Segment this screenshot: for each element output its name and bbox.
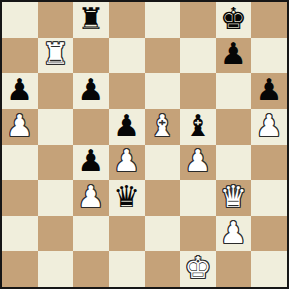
- square-f7[interactable]: [180, 38, 216, 74]
- black-king-piece[interactable]: ♚: [220, 4, 247, 34]
- square-h8[interactable]: [251, 2, 287, 38]
- square-e4[interactable]: [145, 145, 181, 181]
- white-queen-piece[interactable]: ♛: [220, 182, 247, 212]
- square-c8[interactable]: ♜: [73, 2, 109, 38]
- white-pawn-piece[interactable]: ♟: [256, 111, 283, 141]
- square-e7[interactable]: [145, 38, 181, 74]
- white-king-piece[interactable]: ♚: [184, 253, 211, 283]
- square-f4[interactable]: ♟: [180, 145, 216, 181]
- black-rook-piece[interactable]: ♜: [78, 4, 105, 34]
- square-e6[interactable]: [145, 73, 181, 109]
- white-pawn-piece[interactable]: ♟: [6, 111, 33, 141]
- square-d2[interactable]: [109, 216, 145, 252]
- square-h7[interactable]: [251, 38, 287, 74]
- square-g7[interactable]: ♟: [216, 38, 252, 74]
- square-d3[interactable]: ♛: [109, 180, 145, 216]
- white-pawn-piece[interactable]: ♟: [78, 182, 105, 212]
- square-c2[interactable]: [73, 216, 109, 252]
- square-h4[interactable]: [251, 145, 287, 181]
- square-d4[interactable]: ♟: [109, 145, 145, 181]
- square-g6[interactable]: [216, 73, 252, 109]
- square-e8[interactable]: [145, 2, 181, 38]
- square-b8[interactable]: [38, 2, 74, 38]
- square-c6[interactable]: ♟: [73, 73, 109, 109]
- black-pawn-piece[interactable]: ♟: [113, 111, 140, 141]
- square-h3[interactable]: [251, 180, 287, 216]
- square-e5[interactable]: ♝: [145, 109, 181, 145]
- square-b4[interactable]: [38, 145, 74, 181]
- black-pawn-piece[interactable]: ♟: [6, 75, 33, 105]
- square-d5[interactable]: ♟: [109, 109, 145, 145]
- white-bishop-piece[interactable]: ♝: [149, 111, 176, 141]
- black-pawn-piece[interactable]: ♟: [256, 75, 283, 105]
- black-pawn-piece[interactable]: ♟: [220, 39, 247, 69]
- square-e2[interactable]: [145, 216, 181, 252]
- square-g8[interactable]: ♚: [216, 2, 252, 38]
- square-f5[interactable]: ♝: [180, 109, 216, 145]
- square-c4[interactable]: ♟: [73, 145, 109, 181]
- square-a2[interactable]: [2, 216, 38, 252]
- square-d1[interactable]: [109, 251, 145, 287]
- square-h2[interactable]: [251, 216, 287, 252]
- square-a1[interactable]: [2, 251, 38, 287]
- square-a5[interactable]: ♟: [2, 109, 38, 145]
- black-pawn-piece[interactable]: ♟: [78, 75, 105, 105]
- square-c1[interactable]: [73, 251, 109, 287]
- square-g5[interactable]: [216, 109, 252, 145]
- square-b2[interactable]: [38, 216, 74, 252]
- square-g1[interactable]: [216, 251, 252, 287]
- white-pawn-piece[interactable]: ♟: [220, 218, 247, 248]
- square-g3[interactable]: ♛: [216, 180, 252, 216]
- square-h6[interactable]: ♟: [251, 73, 287, 109]
- square-c5[interactable]: [73, 109, 109, 145]
- square-f6[interactable]: [180, 73, 216, 109]
- square-b5[interactable]: [38, 109, 74, 145]
- square-a8[interactable]: [2, 2, 38, 38]
- square-f2[interactable]: [180, 216, 216, 252]
- chess-board: ♜♚♜♟♟♟♟♟♟♝♝♟♟♟♟♟♛♛♟♚: [0, 0, 289, 289]
- square-g4[interactable]: [216, 145, 252, 181]
- square-a4[interactable]: [2, 145, 38, 181]
- square-f1[interactable]: ♚: [180, 251, 216, 287]
- square-e3[interactable]: [145, 180, 181, 216]
- white-pawn-piece[interactable]: ♟: [113, 146, 140, 176]
- square-b6[interactable]: [38, 73, 74, 109]
- square-a6[interactable]: ♟: [2, 73, 38, 109]
- square-c3[interactable]: ♟: [73, 180, 109, 216]
- square-b7[interactable]: ♜: [38, 38, 74, 74]
- square-c7[interactable]: [73, 38, 109, 74]
- square-g2[interactable]: ♟: [216, 216, 252, 252]
- black-queen-piece[interactable]: ♛: [113, 182, 140, 212]
- black-pawn-piece[interactable]: ♟: [78, 146, 105, 176]
- square-h1[interactable]: [251, 251, 287, 287]
- square-f8[interactable]: [180, 2, 216, 38]
- black-bishop-piece[interactable]: ♝: [184, 111, 211, 141]
- square-h5[interactable]: ♟: [251, 109, 287, 145]
- square-a7[interactable]: [2, 38, 38, 74]
- square-d8[interactable]: [109, 2, 145, 38]
- square-d7[interactable]: [109, 38, 145, 74]
- square-f3[interactable]: [180, 180, 216, 216]
- white-rook-piece[interactable]: ♜: [42, 39, 69, 69]
- square-b1[interactable]: [38, 251, 74, 287]
- square-d6[interactable]: [109, 73, 145, 109]
- square-a3[interactable]: [2, 180, 38, 216]
- square-b3[interactable]: [38, 180, 74, 216]
- square-e1[interactable]: [145, 251, 181, 287]
- white-pawn-piece[interactable]: ♟: [184, 146, 211, 176]
